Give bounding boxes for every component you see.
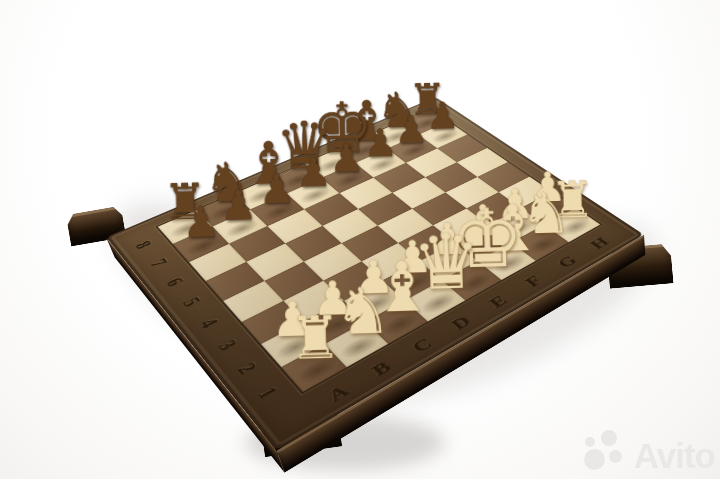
product-photo-chess-set: 87654321 ABCDEFGH ♜♞♝♛♚♝♞♜♟♟♟♟♟♟♟♟♟♟♟♟♟♟… bbox=[0, 0, 720, 479]
black-bishop-c8: ♝ bbox=[242, 134, 279, 193]
avito-logo-icon bbox=[582, 430, 629, 472]
black-rook-h8: ♜ bbox=[408, 78, 442, 122]
chess-board-3d: 87654321 ABCDEFGH ♜♞♝♛♚♝♞♜♟♟♟♟♟♟♟♟♟♟♟♟♟♟… bbox=[106, 97, 644, 451]
rank-label-7: 7 bbox=[129, 244, 188, 283]
black-bishop-f8: ♝ bbox=[342, 94, 381, 150]
black-queen-d8: ♛ bbox=[275, 113, 315, 179]
black-knight-b8: ♞ bbox=[203, 155, 243, 210]
watermark-text: Avito bbox=[634, 441, 715, 472]
black-knight-g8: ♞ bbox=[375, 86, 411, 136]
watermark: Avito bbox=[582, 430, 715, 472]
